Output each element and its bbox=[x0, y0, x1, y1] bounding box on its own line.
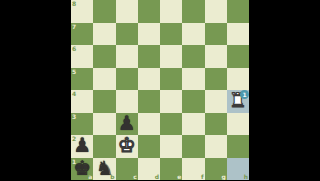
file-label-e: e bbox=[177, 173, 181, 180]
square-e1[interactable]: e bbox=[160, 158, 182, 181]
square-e3[interactable] bbox=[160, 113, 182, 136]
square-f7[interactable] bbox=[182, 23, 204, 46]
square-g5[interactable] bbox=[205, 68, 227, 91]
square-f3[interactable] bbox=[182, 113, 204, 136]
square-h6[interactable] bbox=[227, 45, 249, 68]
square-c1[interactable]: c bbox=[116, 158, 138, 181]
square-c3[interactable]: ♟ bbox=[116, 113, 138, 136]
square-a4[interactable]: 4 bbox=[71, 90, 93, 113]
white-king-icon[interactable]: ♚ bbox=[118, 134, 136, 156]
square-f8[interactable] bbox=[182, 0, 204, 23]
square-c7[interactable] bbox=[116, 23, 138, 46]
square-h2[interactable] bbox=[227, 135, 249, 158]
square-f6[interactable] bbox=[182, 45, 204, 68]
square-d4[interactable] bbox=[138, 90, 160, 113]
square-b2[interactable] bbox=[93, 135, 115, 158]
square-d8[interactable] bbox=[138, 0, 160, 23]
square-g1[interactable]: g bbox=[205, 158, 227, 181]
square-d1[interactable]: d bbox=[138, 158, 160, 181]
square-g2[interactable] bbox=[205, 135, 227, 158]
rank-label-5: 5 bbox=[72, 68, 76, 75]
square-f5[interactable] bbox=[182, 68, 204, 91]
square-e8[interactable] bbox=[160, 0, 182, 23]
square-e2[interactable] bbox=[160, 135, 182, 158]
square-b5[interactable] bbox=[93, 68, 115, 91]
square-c6[interactable] bbox=[116, 45, 138, 68]
square-d7[interactable] bbox=[138, 23, 160, 46]
file-label-h: h bbox=[244, 173, 248, 180]
square-b8[interactable] bbox=[93, 0, 115, 23]
square-g4[interactable] bbox=[205, 90, 227, 113]
black-king-icon[interactable]: ♚ bbox=[73, 157, 91, 179]
square-e5[interactable] bbox=[160, 68, 182, 91]
square-h1[interactable]: h bbox=[227, 158, 249, 181]
square-f1[interactable]: f bbox=[182, 158, 204, 181]
black-knight-icon[interactable]: ♞ bbox=[95, 157, 113, 179]
black-pawn-icon[interactable]: ♟ bbox=[73, 134, 91, 156]
file-label-d: d bbox=[155, 173, 159, 180]
square-h8[interactable] bbox=[227, 0, 249, 23]
move-number-badge: 1 bbox=[240, 90, 249, 99]
square-e7[interactable] bbox=[160, 23, 182, 46]
square-c2[interactable]: ♚ bbox=[116, 135, 138, 158]
square-b4[interactable] bbox=[93, 90, 115, 113]
square-a5[interactable]: 5 bbox=[71, 68, 93, 91]
rank-label-4: 4 bbox=[72, 90, 76, 97]
square-a2[interactable]: 2♟ bbox=[71, 135, 93, 158]
square-e4[interactable] bbox=[160, 90, 182, 113]
square-b1[interactable]: b♞ bbox=[93, 158, 115, 181]
square-g6[interactable] bbox=[205, 45, 227, 68]
square-b7[interactable] bbox=[93, 23, 115, 46]
square-f2[interactable] bbox=[182, 135, 204, 158]
screen: { "game": "chess", "position": { "fen": … bbox=[0, 0, 320, 180]
square-a6[interactable]: 6 bbox=[71, 45, 93, 68]
square-h5[interactable] bbox=[227, 68, 249, 91]
rank-label-7: 7 bbox=[72, 23, 76, 30]
square-c8[interactable] bbox=[116, 0, 138, 23]
square-b3[interactable] bbox=[93, 113, 115, 136]
file-label-g: g bbox=[221, 173, 225, 180]
file-label-f: f bbox=[201, 173, 204, 180]
black-pawn-icon[interactable]: ♟ bbox=[118, 112, 136, 134]
rank-label-8: 8 bbox=[72, 0, 76, 7]
square-e6[interactable] bbox=[160, 45, 182, 68]
chess-board: 87654♜13♟2♟♚1a♚b♞cdefgh bbox=[71, 0, 249, 180]
square-d2[interactable] bbox=[138, 135, 160, 158]
square-a3[interactable]: 3 bbox=[71, 113, 93, 136]
square-g3[interactable] bbox=[205, 113, 227, 136]
square-d3[interactable] bbox=[138, 113, 160, 136]
rank-label-3: 3 bbox=[72, 113, 76, 120]
square-f4[interactable] bbox=[182, 90, 204, 113]
file-label-c: c bbox=[133, 173, 137, 180]
rank-label-6: 6 bbox=[72, 45, 76, 52]
square-c4[interactable] bbox=[116, 90, 138, 113]
square-a1[interactable]: 1a♚ bbox=[71, 158, 93, 181]
square-a8[interactable]: 8 bbox=[71, 0, 93, 23]
square-h7[interactable] bbox=[227, 23, 249, 46]
square-g7[interactable] bbox=[205, 23, 227, 46]
square-c5[interactable] bbox=[116, 68, 138, 91]
square-d6[interactable] bbox=[138, 45, 160, 68]
square-d5[interactable] bbox=[138, 68, 160, 91]
square-g8[interactable] bbox=[205, 0, 227, 23]
square-h4[interactable]: ♜1 bbox=[227, 90, 249, 113]
square-b6[interactable] bbox=[93, 45, 115, 68]
square-a7[interactable]: 7 bbox=[71, 23, 93, 46]
square-h3[interactable] bbox=[227, 113, 249, 136]
